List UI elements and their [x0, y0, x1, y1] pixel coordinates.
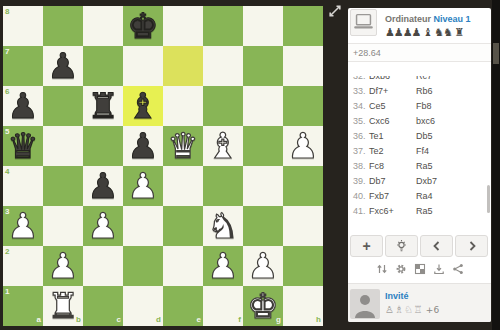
person-icon: [350, 289, 380, 319]
game-panel: Ordinateur Niveau 1 ♟♟♟♟ ♝ ♞♞ ♜ +28.64 3…: [348, 8, 491, 322]
white-pawn-g2[interactable]: ♟: [243, 246, 283, 286]
expand-icon[interactable]: [328, 4, 342, 18]
move-white[interactable]: Df7+: [369, 84, 416, 99]
nav-controls: +: [350, 235, 489, 257]
lightbulb-icon: [395, 239, 408, 253]
move-num: 32.: [348, 76, 369, 84]
white-rook-b1[interactable]: ♜: [43, 286, 83, 326]
white-knight-f3[interactable]: ♞: [203, 206, 243, 246]
square-b7[interactable]: ♟: [43, 46, 83, 86]
white-king-g1[interactable]: ♚: [243, 286, 283, 326]
square-c7[interactable]: [83, 46, 123, 86]
window-scrollbar[interactable]: [492, 0, 500, 330]
black-rook-c6[interactable]: ♜: [83, 86, 123, 126]
square-g1[interactable]: g♚: [243, 286, 283, 326]
move-row-37[interactable]: 37.Te2Ff4: [348, 144, 485, 159]
move-white[interactable]: Ce5: [369, 99, 416, 114]
black-queen-a5[interactable]: ♛: [3, 126, 43, 166]
file-label-c: c: [117, 316, 121, 324]
move-black[interactable]: Ra4: [416, 189, 433, 204]
square-b8[interactable]: [43, 6, 83, 46]
move-black[interactable]: Db5: [416, 129, 433, 144]
share-icon[interactable]: [452, 263, 464, 275]
move-black[interactable]: Rc7: [416, 76, 432, 84]
white-pawn-d4[interactable]: ♟: [123, 166, 163, 206]
file-label-a: a: [37, 316, 41, 324]
move-num: 34.: [348, 99, 369, 114]
move-row-41[interactable]: 41.Fxc6+Ra5: [348, 204, 485, 219]
square-a7[interactable]: 7: [3, 46, 43, 86]
square-d4[interactable]: ♟: [123, 166, 163, 206]
move-black[interactable]: Ra5: [416, 159, 433, 174]
move-white[interactable]: Db7: [369, 174, 416, 189]
white-queen-e5[interactable]: ♛: [163, 126, 203, 166]
square-c6[interactable]: ♜: [83, 86, 123, 126]
square-f5[interactable]: ♝: [203, 126, 243, 166]
move-black[interactable]: Rb6: [416, 84, 433, 99]
square-h5[interactable]: ♟: [283, 126, 323, 166]
move-row-32[interactable]: 32.Dxb6Rc7: [348, 76, 485, 84]
square-g4[interactable]: [243, 166, 283, 206]
square-f7[interactable]: [203, 46, 243, 86]
file-label-d: d: [156, 316, 161, 324]
move-white[interactable]: Cxc6: [369, 114, 416, 129]
square-d5[interactable]: ♟: [123, 126, 163, 166]
square-g6[interactable]: [243, 86, 283, 126]
black-king-d8[interactable]: ♚: [123, 6, 163, 46]
chess-board[interactable]: 8♚7♟6♟♜♝5♛♟♛♝♟4♟♟3♟♟♞2♟♟♟1ab♜cdefg♚h: [3, 6, 323, 326]
move-num: 38.: [348, 159, 369, 174]
square-d3[interactable]: [123, 206, 163, 246]
hint-button[interactable]: [385, 235, 418, 257]
opponent-name: Ordinateur: [385, 14, 431, 24]
square-e8[interactable]: [163, 6, 203, 46]
square-c8[interactable]: [83, 6, 123, 46]
chevron-right-icon: [466, 240, 478, 252]
player-avatar[interactable]: [350, 289, 380, 319]
square-b5[interactable]: [43, 126, 83, 166]
square-c3[interactable]: ♟: [83, 206, 123, 246]
move-num: 37.: [348, 144, 369, 159]
square-g7[interactable]: [243, 46, 283, 86]
white-pawn-f2[interactable]: ♟: [203, 246, 243, 286]
white-bishop-f5[interactable]: ♝: [203, 126, 243, 166]
opponent-avatar[interactable]: [350, 9, 377, 36]
move-black[interactable]: Dxb7: [416, 174, 437, 189]
move-list-scrollbar[interactable]: [487, 185, 490, 213]
square-b2[interactable]: ♟: [43, 246, 83, 286]
move-white[interactable]: Te2: [369, 144, 416, 159]
black-pawn-d5[interactable]: ♟: [123, 126, 163, 166]
square-h7[interactable]: [283, 46, 323, 86]
move-black[interactable]: Ra5: [416, 204, 433, 219]
square-f4[interactable]: [203, 166, 243, 206]
square-h4[interactable]: [283, 166, 323, 206]
move-white[interactable]: Fc8: [369, 159, 416, 174]
black-bishop-d6[interactable]: ♝: [123, 86, 163, 126]
material-score: +6: [426, 305, 439, 315]
square-e4[interactable]: [163, 166, 203, 206]
move-row-39[interactable]: 39.Db7Dxb7: [348, 174, 485, 189]
white-pawn-a3[interactable]: ♟: [3, 206, 43, 246]
square-d1[interactable]: d: [123, 286, 163, 326]
prev-move-button[interactable]: [420, 235, 453, 257]
square-h8[interactable]: [283, 6, 323, 46]
square-f3[interactable]: ♞: [203, 206, 243, 246]
square-g3[interactable]: [243, 206, 283, 246]
rank-label-7: 7: [5, 48, 9, 56]
move-black[interactable]: Ff4: [416, 144, 429, 159]
window-scrollbar-thumb[interactable]: [493, 43, 499, 64]
move-num: 39.: [348, 174, 369, 189]
move-row-38[interactable]: 38.Fc8Ra5: [348, 159, 485, 174]
square-h3[interactable]: [283, 206, 323, 246]
square-f8[interactable]: [203, 6, 243, 46]
square-f2[interactable]: ♟: [203, 246, 243, 286]
move-row-33[interactable]: 33.Df7+Rb6: [348, 84, 485, 99]
file-label-f: f: [238, 316, 241, 324]
move-black[interactable]: bxc6: [416, 114, 435, 129]
move-num: 36.: [348, 129, 369, 144]
square-b3[interactable]: [43, 206, 83, 246]
move-num: 33.: [348, 84, 369, 99]
move-white[interactable]: Te1: [369, 129, 416, 144]
flip-board-icon[interactable]: [376, 263, 388, 275]
square-a8[interactable]: 8: [3, 6, 43, 46]
player-row: Invité ♙♗♘♖+6: [348, 283, 491, 322]
square-h6[interactable]: [283, 86, 323, 126]
rank-label-4: 4: [5, 168, 9, 176]
square-c2[interactable]: [83, 246, 123, 286]
rank-label-8: 8: [5, 8, 9, 16]
toolbar: [348, 262, 491, 276]
square-g2[interactable]: ♟: [243, 246, 283, 286]
app-window: 8♚7♟6♟♜♝5♛♟♛♝♟4♟♟3♟♟♞2♟♟♟1ab♜cdefg♚h Ord…: [0, 0, 500, 330]
add-button[interactable]: +: [350, 235, 383, 257]
move-row-36[interactable]: 36.Te1Db5: [348, 129, 485, 144]
square-d8[interactable]: ♚: [123, 6, 163, 46]
square-a6[interactable]: 6♟: [3, 86, 43, 126]
black-pawn-a6[interactable]: ♟: [3, 86, 43, 126]
square-b6[interactable]: [43, 86, 83, 126]
captured-by-black: ♙♗♘♖+6: [385, 304, 439, 315]
download-icon[interactable]: [433, 263, 445, 275]
square-e6[interactable]: [163, 86, 203, 126]
square-c5[interactable]: [83, 126, 123, 166]
white-pawn-h5[interactable]: ♟: [283, 126, 323, 166]
square-e3[interactable]: [163, 206, 203, 246]
settings-gear-icon[interactable]: [395, 263, 407, 275]
chevron-left-icon: [431, 240, 443, 252]
move-white[interactable]: Dxb6: [369, 76, 416, 84]
move-row-40[interactable]: 40.Fxb7Ra4: [348, 189, 485, 204]
square-f6[interactable]: [203, 86, 243, 126]
analysis-board-icon[interactable]: [414, 263, 426, 275]
square-c1[interactable]: c: [83, 286, 123, 326]
move-black[interactable]: Fb8: [416, 99, 432, 114]
square-c4[interactable]: ♟: [83, 166, 123, 206]
square-d7[interactable]: [123, 46, 163, 86]
move-list[interactable]: 32.Dxb6Rc733.Df7+Rb634.Ce5Fb835.Cxc6bxc6…: [348, 76, 485, 226]
square-h1[interactable]: h: [283, 286, 323, 326]
square-e1[interactable]: e: [163, 286, 203, 326]
opponent-level: Niveau 1: [434, 14, 471, 24]
square-f1[interactable]: f: [203, 286, 243, 326]
move-num: 41.: [348, 204, 369, 219]
square-a1[interactable]: 1a: [3, 286, 43, 326]
move-white[interactable]: Fxb7: [369, 189, 416, 204]
square-a3[interactable]: 3♟: [3, 206, 43, 246]
square-a5[interactable]: 5♛: [3, 126, 43, 166]
plus-icon: +: [362, 239, 370, 253]
move-white[interactable]: Fxc6+: [369, 204, 416, 219]
move-row-35[interactable]: 35.Cxc6bxc6: [348, 114, 485, 129]
file-label-h: h: [316, 316, 321, 324]
square-b1[interactable]: b♜: [43, 286, 83, 326]
white-pawn-c3[interactable]: ♟: [83, 206, 123, 246]
square-d6[interactable]: ♝: [123, 86, 163, 126]
file-label-e: e: [197, 316, 201, 324]
white-pawn-b2[interactable]: ♟: [43, 246, 83, 286]
move-row-34[interactable]: 34.Ce5Fb8: [348, 99, 485, 114]
rank-label-2: 2: [5, 248, 9, 256]
captured-by-white: ♟♟♟♟ ♝ ♞♞ ♜: [385, 26, 463, 39]
black-pawn-c4[interactable]: ♟: [83, 166, 123, 206]
square-b4[interactable]: [43, 166, 83, 206]
square-e2[interactable]: [163, 246, 203, 286]
laptop-icon: [351, 10, 376, 35]
move-num: 40.: [348, 189, 369, 204]
opponent-row: Ordinateur Niveau 1 ♟♟♟♟ ♝ ♞♞ ♜: [348, 8, 491, 43]
square-d2[interactable]: [123, 246, 163, 286]
evaluation-value: +28.64: [353, 48, 381, 58]
player-name: Invité: [385, 291, 409, 301]
move-num: 35.: [348, 114, 369, 129]
rank-label-1: 1: [5, 288, 9, 296]
square-g8[interactable]: [243, 6, 283, 46]
evaluation-bar: +28.64: [348, 43, 491, 62]
square-a4[interactable]: 4: [3, 166, 43, 206]
black-pawn-b7[interactable]: ♟: [43, 46, 83, 86]
square-g5[interactable]: [243, 126, 283, 166]
next-move-button[interactable]: [455, 235, 488, 257]
square-e7[interactable]: [163, 46, 203, 86]
square-e5[interactable]: ♛: [163, 126, 203, 166]
square-h2[interactable]: [283, 246, 323, 286]
square-a2[interactable]: 2: [3, 246, 43, 286]
